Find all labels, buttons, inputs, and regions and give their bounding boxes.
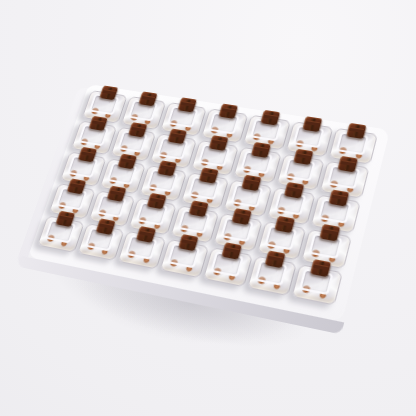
switch-stem-brown bbox=[310, 259, 331, 277]
photo-scene bbox=[0, 0, 416, 416]
switch-stem-brown bbox=[320, 224, 341, 242]
keyboard-switch bbox=[160, 239, 209, 278]
keyboard-switch bbox=[118, 231, 167, 270]
switch-stem-brown bbox=[347, 123, 367, 139]
keyboard-switch bbox=[247, 256, 298, 297]
switch-stem-brown bbox=[338, 156, 358, 173]
keyboard-switch bbox=[292, 264, 343, 305]
tray-socket bbox=[290, 263, 345, 308]
switch-grid bbox=[35, 89, 380, 308]
switch-stem-brown bbox=[329, 190, 350, 207]
keyboard-switch bbox=[203, 247, 253, 287]
